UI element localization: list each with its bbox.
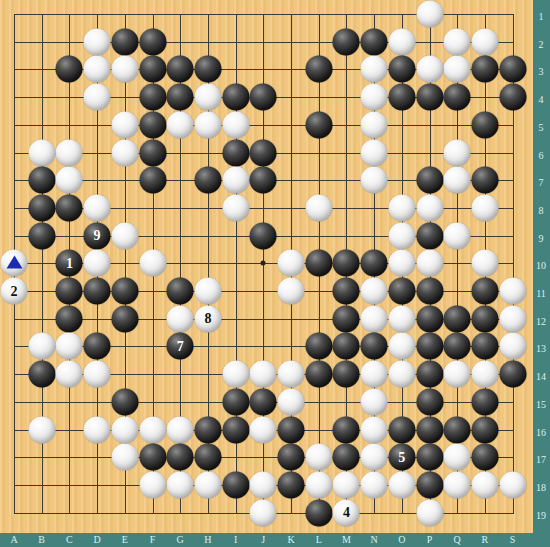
row-label-10: 10: [536, 261, 546, 271]
row-label-13: 13: [536, 344, 546, 354]
stone-Q3-white: [444, 56, 471, 83]
column-label-B: B: [38, 535, 45, 545]
stone-K14-white: [278, 361, 305, 388]
column-label-S: S: [510, 535, 516, 545]
column-label-P: P: [427, 535, 433, 545]
stone-R11-black: [471, 278, 498, 305]
stone-O3-black: [388, 56, 415, 83]
stone-E16-white: [111, 416, 138, 443]
stone-P13-black: [416, 333, 443, 360]
stone-Q4-black: [444, 84, 471, 111]
stone-R18-white: [471, 471, 498, 498]
column-label-O: O: [398, 535, 405, 545]
stone-P17-black: [416, 444, 443, 471]
stone-R12-black: [471, 305, 498, 332]
stone-R16-black: [471, 416, 498, 443]
stone-J19-white: [250, 499, 277, 526]
column-label-L: L: [316, 535, 322, 545]
stone-R10-white: [471, 250, 498, 277]
stone-S11-white: [499, 278, 526, 305]
stone-J18-white: [250, 471, 277, 498]
column-label-G: G: [177, 535, 184, 545]
stone-J15-black: [250, 388, 277, 415]
stone-J16-white: [250, 416, 277, 443]
stone-D16-white: [84, 416, 111, 443]
stone-B13-white: [28, 333, 55, 360]
stone-J6-black: [250, 139, 277, 166]
stone-B8-black: [28, 194, 55, 221]
star-point: [261, 261, 266, 266]
stone-I6-black: [222, 139, 249, 166]
row-label-17: 17: [536, 455, 546, 465]
stone-Q16-black: [444, 416, 471, 443]
stone-N13-black: [361, 333, 388, 360]
stone-D2-white: [84, 28, 111, 55]
stone-R2-white: [471, 28, 498, 55]
stone-G16-white: [167, 416, 194, 443]
stone-N17-white: [361, 444, 388, 471]
stone-O14-white: [388, 361, 415, 388]
column-label-M: M: [342, 535, 351, 545]
stone-C12-black: [56, 305, 83, 332]
stone-Q18-white: [444, 471, 471, 498]
stone-D10-white: [84, 250, 111, 277]
stone-L18-white: [305, 471, 332, 498]
stone-M18-white: [333, 471, 360, 498]
move-number-label: 1: [66, 256, 73, 270]
stone-Q9-white: [444, 222, 471, 249]
stone-I7-white: [222, 167, 249, 194]
stone-F4-black: [139, 84, 166, 111]
stone-E15-black: [111, 388, 138, 415]
stone-O18-white: [388, 471, 415, 498]
stone-F16-white: [139, 416, 166, 443]
stone-Q12-black: [444, 305, 471, 332]
stone-L10-black: [305, 250, 332, 277]
stone-D9-black: 9: [84, 222, 111, 249]
stone-C3-black: [56, 56, 83, 83]
move-number-label: 2: [11, 284, 18, 298]
stone-P11-black: [416, 278, 443, 305]
stone-N18-white: [361, 471, 388, 498]
stone-B16-white: [28, 416, 55, 443]
stone-D3-white: [84, 56, 111, 83]
stone-P15-black: [416, 388, 443, 415]
stone-P19-white: [416, 499, 443, 526]
stone-N2-black: [361, 28, 388, 55]
row-label-18: 18: [536, 483, 546, 493]
stone-L5-black: [305, 111, 332, 138]
stone-M17-black: [333, 444, 360, 471]
stone-N6-white: [361, 139, 388, 166]
stone-O13-white: [388, 333, 415, 360]
stone-J4-black: [250, 84, 277, 111]
row-label-15: 15: [536, 400, 546, 410]
stone-J7-black: [250, 167, 277, 194]
stone-P10-white: [416, 250, 443, 277]
stone-N4-white: [361, 84, 388, 111]
stone-D13-black: [84, 333, 111, 360]
stone-N7-white: [361, 167, 388, 194]
stone-C7-white: [56, 167, 83, 194]
column-label-E: E: [122, 535, 128, 545]
stone-G5-white: [167, 111, 194, 138]
column-label-J: J: [261, 535, 265, 545]
stone-O17-black: 5: [388, 444, 415, 471]
stone-E17-white: [111, 444, 138, 471]
stone-L17-white: [305, 444, 332, 471]
stone-I8-white: [222, 194, 249, 221]
stone-E12-black: [111, 305, 138, 332]
stone-N10-black: [361, 250, 388, 277]
column-label-R: R: [482, 535, 489, 545]
column-label-A: A: [10, 535, 17, 545]
stone-I15-black: [222, 388, 249, 415]
stone-B6-white: [28, 139, 55, 166]
column-label-D: D: [93, 535, 100, 545]
stone-O11-black: [388, 278, 415, 305]
stone-O8-white: [388, 194, 415, 221]
stone-K17-black: [278, 444, 305, 471]
stone-M19-white: 4: [333, 499, 360, 526]
stone-P7-black: [416, 167, 443, 194]
stone-E6-white: [111, 139, 138, 166]
stone-C13-white: [56, 333, 83, 360]
stone-I18-black: [222, 471, 249, 498]
stone-F3-black: [139, 56, 166, 83]
stone-P3-white: [416, 56, 443, 83]
stone-C10-black: 1: [56, 250, 83, 277]
stone-O2-white: [388, 28, 415, 55]
stone-H18-white: [194, 471, 221, 498]
go-game-diagram: 9128754ABCDEFGHIJKLMNOPQRS12345678910111…: [0, 0, 550, 547]
stone-N3-white: [361, 56, 388, 83]
stone-E5-white: [111, 111, 138, 138]
stone-P18-black: [416, 471, 443, 498]
stone-K15-white: [278, 388, 305, 415]
move-number-label: 4: [343, 506, 350, 520]
stone-F7-black: [139, 167, 166, 194]
stone-N12-white: [361, 305, 388, 332]
stone-O4-black: [388, 84, 415, 111]
row-label-12: 12: [536, 317, 546, 327]
stone-H17-black: [194, 444, 221, 471]
column-label-C: C: [66, 535, 73, 545]
stone-F10-white: [139, 250, 166, 277]
stone-I5-white: [222, 111, 249, 138]
row-label-5: 5: [539, 123, 544, 133]
stone-H11-white: [194, 278, 221, 305]
stone-F6-black: [139, 139, 166, 166]
stone-Q17-white: [444, 444, 471, 471]
stone-D14-white: [84, 361, 111, 388]
stone-M14-black: [333, 361, 360, 388]
stone-S12-white: [499, 305, 526, 332]
stone-M12-black: [333, 305, 360, 332]
move-number-label: 8: [204, 312, 211, 326]
column-label-F: F: [150, 535, 156, 545]
stone-E3-white: [111, 56, 138, 83]
stone-G11-black: [167, 278, 194, 305]
row-label-8: 8: [539, 206, 544, 216]
stone-N11-white: [361, 278, 388, 305]
stone-C14-white: [56, 361, 83, 388]
stone-K16-black: [278, 416, 305, 443]
row-label-4: 4: [539, 95, 544, 105]
row-label-14: 14: [536, 372, 546, 382]
stone-J14-white: [250, 361, 277, 388]
stone-K18-black: [278, 471, 305, 498]
row-label-3: 3: [539, 67, 544, 77]
stone-P8-white: [416, 194, 443, 221]
stone-E11-black: [111, 278, 138, 305]
stone-I16-black: [222, 416, 249, 443]
stone-I14-white: [222, 361, 249, 388]
stone-F2-black: [139, 28, 166, 55]
column-label-K: K: [287, 535, 294, 545]
stone-F18-white: [139, 471, 166, 498]
stone-G3-black: [167, 56, 194, 83]
stone-E2-black: [111, 28, 138, 55]
column-label-N: N: [370, 535, 377, 545]
stone-H5-white: [194, 111, 221, 138]
row-label-2: 2: [539, 40, 544, 50]
stone-A11-white: 2: [1, 278, 28, 305]
stone-C11-black: [56, 278, 83, 305]
stone-B14-black: [28, 361, 55, 388]
move-number-label: 5: [398, 450, 405, 464]
stone-O9-white: [388, 222, 415, 249]
stone-S18-white: [499, 471, 526, 498]
stone-O16-black: [388, 416, 415, 443]
stone-H12-white: 8: [194, 305, 221, 332]
stone-G17-black: [167, 444, 194, 471]
stone-K10-white: [278, 250, 305, 277]
column-label-I: I: [234, 535, 237, 545]
stone-Q7-white: [444, 167, 471, 194]
stone-R13-black: [471, 333, 498, 360]
stone-R15-black: [471, 388, 498, 415]
stone-H4-white: [194, 84, 221, 111]
stone-P9-black: [416, 222, 443, 249]
row-label-6: 6: [539, 151, 544, 161]
stone-H3-black: [194, 56, 221, 83]
stone-P4-black: [416, 84, 443, 111]
stone-G18-white: [167, 471, 194, 498]
stone-D11-black: [84, 278, 111, 305]
triangle-marker: [6, 256, 22, 269]
stone-R8-white: [471, 194, 498, 221]
stone-B9-black: [28, 222, 55, 249]
stone-O12-white: [388, 305, 415, 332]
stone-Q14-white: [444, 361, 471, 388]
stone-G4-black: [167, 84, 194, 111]
stone-N14-white: [361, 361, 388, 388]
stone-L19-black: [305, 499, 332, 526]
stone-P12-black: [416, 305, 443, 332]
stone-N16-white: [361, 416, 388, 443]
stone-A10-white: [1, 250, 28, 277]
stone-P14-black: [416, 361, 443, 388]
stone-M16-black: [333, 416, 360, 443]
row-label-1: 1: [539, 12, 544, 22]
stone-R7-black: [471, 167, 498, 194]
stone-L3-black: [305, 56, 332, 83]
stone-F5-black: [139, 111, 166, 138]
row-label-7: 7: [539, 178, 544, 188]
stone-M10-black: [333, 250, 360, 277]
stone-R5-black: [471, 111, 498, 138]
move-number-label: 7: [177, 339, 184, 353]
stone-F17-black: [139, 444, 166, 471]
row-label-9: 9: [539, 234, 544, 244]
stone-G12-white: [167, 305, 194, 332]
stone-R17-black: [471, 444, 498, 471]
stone-S4-black: [499, 84, 526, 111]
stone-J9-black: [250, 222, 277, 249]
stone-E9-white: [111, 222, 138, 249]
row-label-16: 16: [536, 428, 546, 438]
row-label-19: 19: [536, 511, 546, 521]
stone-C6-white: [56, 139, 83, 166]
stone-S14-black: [499, 361, 526, 388]
stone-I4-black: [222, 84, 249, 111]
stone-N5-white: [361, 111, 388, 138]
stone-R14-white: [471, 361, 498, 388]
stone-N15-white: [361, 388, 388, 415]
stone-L14-black: [305, 361, 332, 388]
stone-Q6-white: [444, 139, 471, 166]
stone-H7-black: [194, 167, 221, 194]
stone-D4-white: [84, 84, 111, 111]
stone-P16-black: [416, 416, 443, 443]
stone-M11-black: [333, 278, 360, 305]
stone-Q2-white: [444, 28, 471, 55]
column-label-Q: Q: [454, 535, 461, 545]
stone-L13-black: [305, 333, 332, 360]
stone-S3-black: [499, 56, 526, 83]
stone-P1-white: [416, 1, 443, 28]
column-coordinate-strip: [0, 533, 550, 547]
stone-B7-black: [28, 167, 55, 194]
stone-C8-black: [56, 194, 83, 221]
stone-R3-black: [471, 56, 498, 83]
row-label-11: 11: [536, 289, 546, 299]
move-number-label: 9: [94, 229, 101, 243]
stone-H16-black: [194, 416, 221, 443]
stone-L8-white: [305, 194, 332, 221]
stone-M13-black: [333, 333, 360, 360]
stone-O10-white: [388, 250, 415, 277]
column-label-H: H: [204, 535, 211, 545]
stone-S13-white: [499, 333, 526, 360]
stone-K11-white: [278, 278, 305, 305]
stone-D8-white: [84, 194, 111, 221]
stone-M2-black: [333, 28, 360, 55]
stone-Q13-black: [444, 333, 471, 360]
stone-G13-black: 7: [167, 333, 194, 360]
